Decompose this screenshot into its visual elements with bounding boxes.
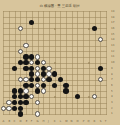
black-stone — [23, 100, 28, 105]
white-stone — [23, 43, 28, 48]
column-label: P — [82, 120, 85, 123]
grid-line-v — [60, 11, 61, 115]
black-stone — [29, 71, 34, 76]
black-stone — [29, 20, 34, 25]
row-label: 3 — [111, 101, 115, 104]
black-stone — [12, 88, 17, 93]
black-stone — [18, 106, 23, 111]
row-label: 14 — [111, 38, 115, 41]
white-stone — [18, 49, 23, 54]
column-label: T — [105, 120, 108, 123]
star-point — [88, 28, 90, 30]
column-label: Q — [87, 120, 90, 123]
row-label: 13 — [111, 44, 115, 47]
black-stone — [52, 71, 57, 76]
row-label: 19 — [111, 10, 115, 13]
black-stone — [92, 26, 97, 31]
row-label: 8 — [111, 73, 115, 76]
white-stone — [41, 77, 46, 82]
black-stone — [23, 54, 28, 59]
white-stone — [1, 106, 6, 111]
black-stone — [23, 60, 28, 65]
grid-line-v — [100, 11, 101, 115]
black-stone — [23, 66, 28, 71]
black-stone — [12, 106, 17, 111]
row-label: 16 — [111, 27, 115, 30]
grid-line-v — [77, 11, 78, 115]
white-stone — [35, 66, 40, 71]
column-label: D — [19, 120, 22, 123]
white-stone — [6, 100, 11, 105]
grid-line-v — [106, 11, 107, 115]
white-stone — [98, 77, 103, 82]
black-stone — [41, 66, 46, 71]
white-stone — [35, 83, 40, 88]
black-stone — [18, 100, 23, 105]
black-stone — [63, 88, 68, 93]
grid-line-h — [3, 68, 107, 69]
white-stone — [6, 106, 11, 111]
star-point — [54, 96, 56, 98]
white-stone — [35, 71, 40, 76]
grid-line-v — [66, 11, 67, 115]
black-stone — [29, 66, 34, 71]
column-label: F — [30, 120, 33, 123]
white-stone — [35, 100, 40, 105]
star-point — [88, 96, 90, 98]
black-stone — [52, 83, 57, 88]
row-label: 10 — [111, 61, 115, 64]
column-label: B — [8, 120, 11, 123]
row-label: 2 — [111, 107, 115, 110]
black-stone — [35, 60, 40, 65]
column-label: H — [42, 120, 45, 123]
black-stone — [18, 60, 23, 65]
black-stone — [29, 77, 34, 82]
white-stone — [18, 77, 23, 82]
white-stone — [35, 54, 40, 59]
black-stone — [23, 83, 28, 88]
black-stone — [23, 94, 28, 99]
row-label: 4 — [111, 95, 115, 98]
row-label: 12 — [111, 50, 115, 53]
column-label: J — [48, 120, 51, 123]
black-stone — [18, 111, 23, 116]
column-label: N — [70, 120, 73, 123]
go-diagram: 白 棋譜圖 · 黑 三四手 研討 ABCDEFGHJKLMNOPQRST1918… — [0, 0, 120, 125]
row-label: 15 — [111, 33, 115, 36]
black-stone — [46, 77, 51, 82]
white-stone — [46, 71, 51, 76]
black-stone — [35, 88, 40, 93]
white-stone — [41, 88, 46, 93]
row-label: 7 — [111, 78, 115, 81]
white-stone — [46, 66, 51, 71]
black-stone — [29, 54, 34, 59]
black-stone — [12, 66, 17, 71]
column-label: G — [36, 120, 39, 123]
white-stone — [23, 88, 28, 93]
diagram-caption: 白 棋譜圖 · 黑 三四手 研討 — [0, 0, 120, 10]
column-label: S — [99, 120, 102, 123]
white-stone — [41, 60, 46, 65]
column-label: K — [53, 120, 56, 123]
grid-line-v — [72, 11, 73, 115]
row-label: 18 — [111, 16, 115, 19]
row-label: 5 — [111, 90, 115, 93]
column-label: M — [65, 120, 68, 123]
row-label: 11 — [111, 56, 115, 59]
white-stone — [23, 77, 28, 82]
white-stone — [29, 60, 34, 65]
black-stone — [12, 100, 17, 105]
black-stone — [29, 83, 34, 88]
row-label: 6 — [111, 84, 115, 87]
star-point — [54, 28, 56, 30]
black-stone — [18, 94, 23, 99]
column-label: O — [76, 120, 79, 123]
black-stone — [75, 94, 80, 99]
black-stone — [12, 94, 17, 99]
black-stone — [98, 66, 103, 71]
column-label: L — [59, 120, 62, 123]
row-label: 17 — [111, 21, 115, 24]
black-stone — [41, 83, 46, 88]
column-label: E — [25, 120, 28, 123]
column-label: A — [2, 120, 5, 123]
white-stone — [35, 111, 40, 116]
white-stone — [29, 94, 34, 99]
star-point — [88, 62, 90, 64]
column-label: C — [13, 120, 16, 123]
black-stone — [58, 77, 63, 82]
white-stone — [92, 94, 97, 99]
grid-line-v — [83, 11, 84, 115]
row-label: 1 — [111, 113, 115, 116]
white-stone — [98, 37, 103, 42]
black-stone — [41, 71, 46, 76]
black-stone — [63, 83, 68, 88]
row-label: 9 — [111, 67, 115, 70]
diagram-caption-text: 白 棋譜圖 · 黑 三四手 研討 — [40, 3, 80, 8]
column-label: R — [93, 120, 96, 123]
black-stone — [18, 88, 23, 93]
star-point — [54, 62, 56, 64]
white-stone — [18, 26, 23, 31]
black-stone — [35, 77, 40, 82]
